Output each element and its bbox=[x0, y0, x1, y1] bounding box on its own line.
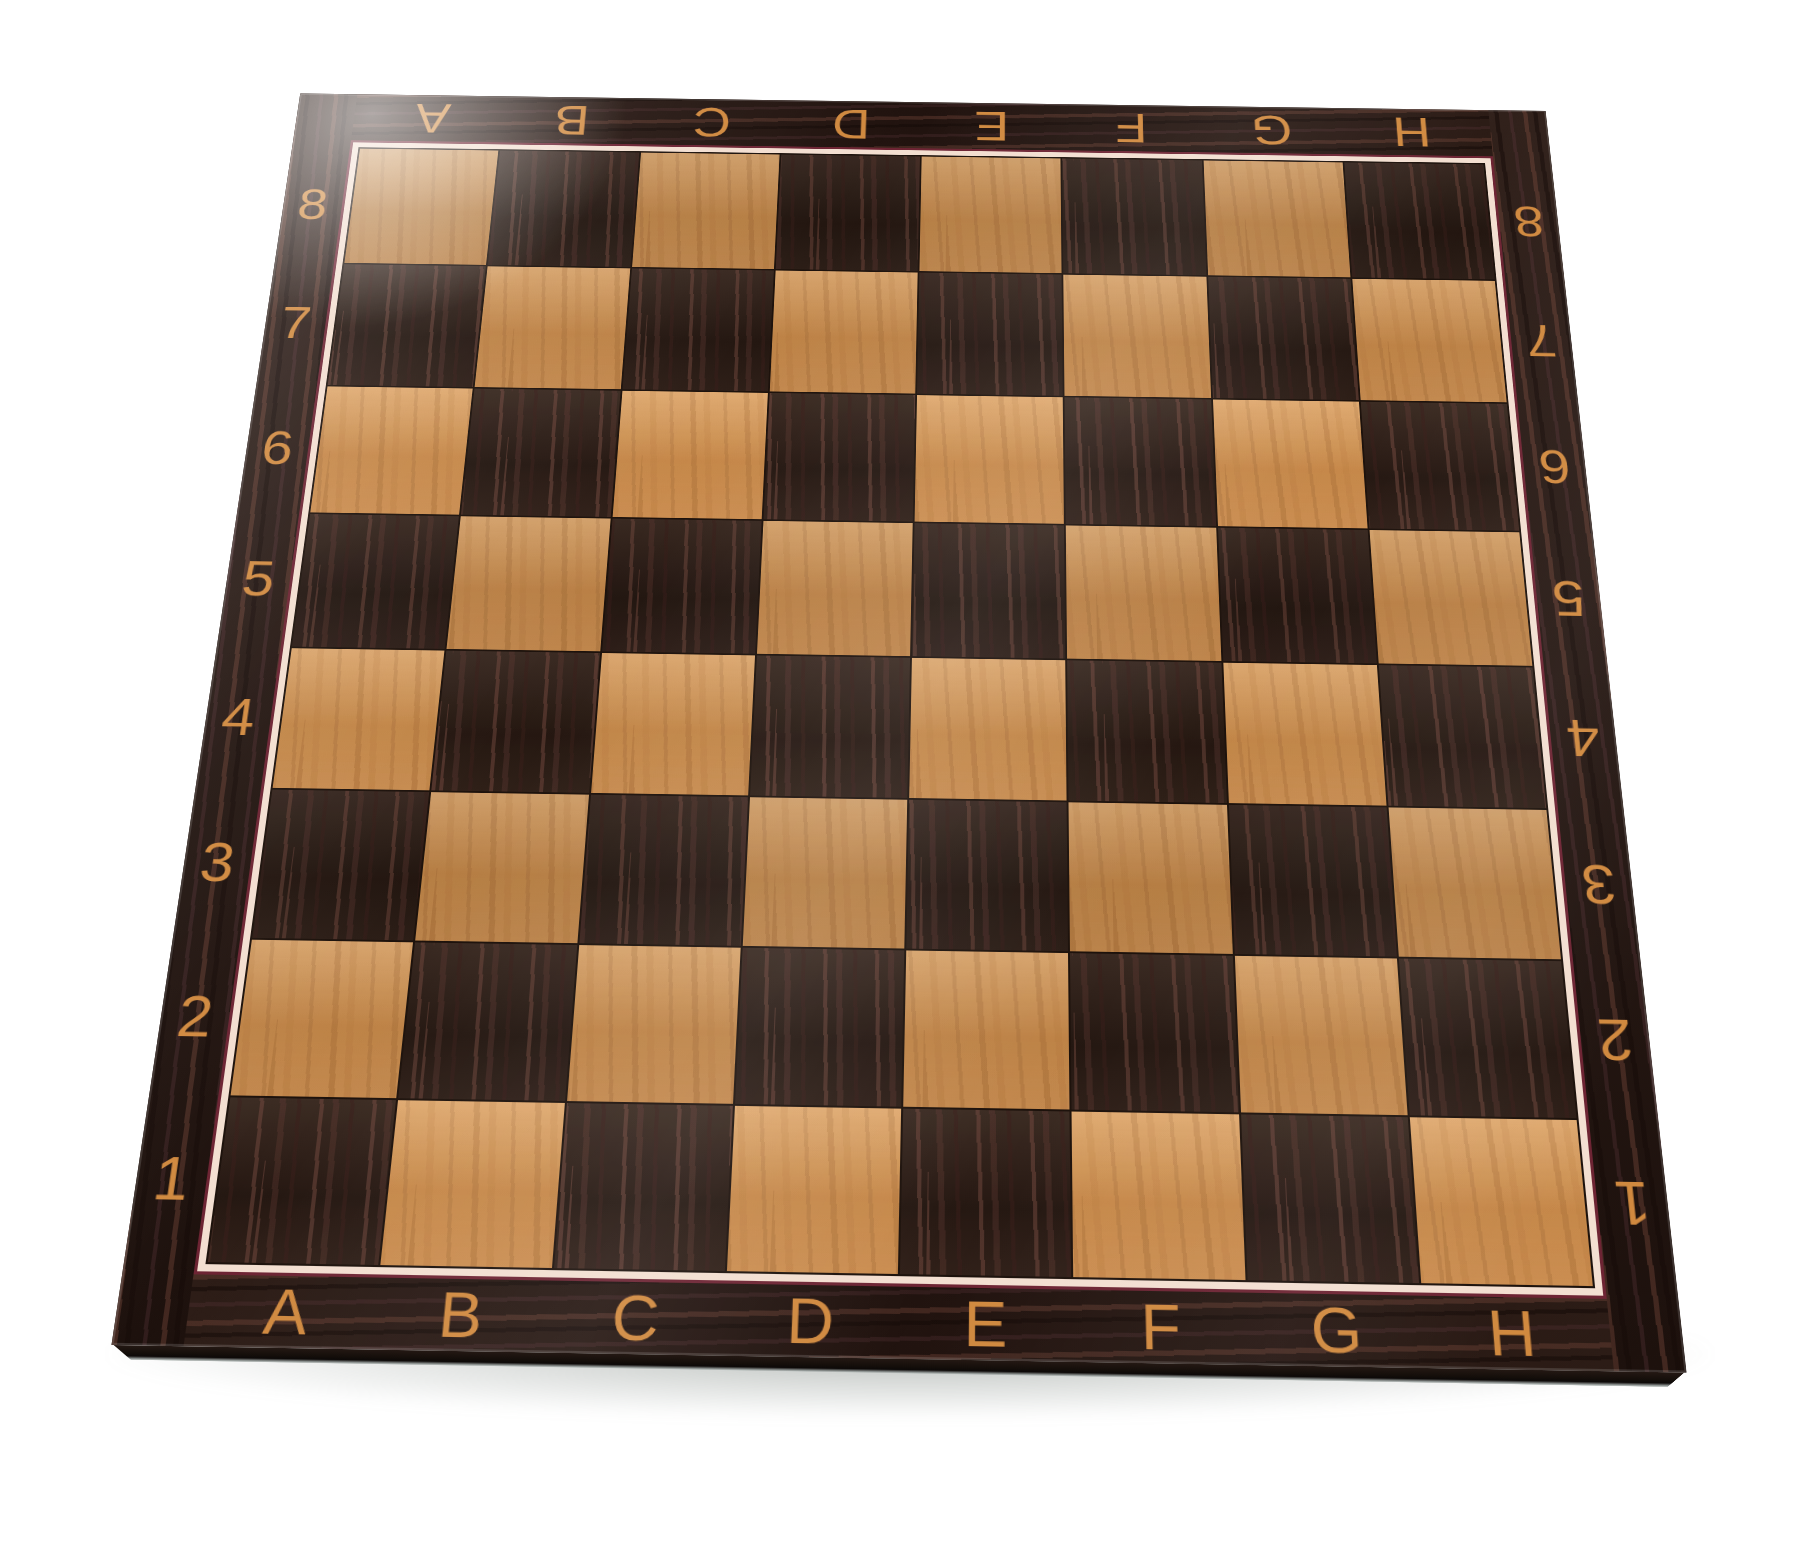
square-e3[interactable] bbox=[906, 800, 1068, 951]
rank-label-right-3: 3 bbox=[1579, 856, 1619, 913]
square-h3[interactable] bbox=[1388, 808, 1561, 959]
square-g6[interactable] bbox=[1213, 399, 1368, 528]
rank-label-right-2: 2 bbox=[1595, 1010, 1636, 1070]
playing-field bbox=[205, 147, 1595, 1288]
square-b7[interactable] bbox=[475, 267, 630, 389]
square-a6[interactable] bbox=[310, 386, 473, 514]
square-e4[interactable] bbox=[909, 658, 1067, 801]
square-h4[interactable] bbox=[1379, 665, 1547, 808]
square-b1[interactable] bbox=[381, 1100, 565, 1268]
square-e7[interactable] bbox=[917, 273, 1063, 396]
square-g1[interactable] bbox=[1241, 1114, 1419, 1283]
square-d6[interactable] bbox=[763, 393, 915, 522]
board-surface: AABBCCDDEEFFGGHH8877665544332211 bbox=[112, 94, 1687, 1373]
square-c7[interactable] bbox=[622, 269, 774, 391]
file-label-bottom-c: C bbox=[610, 1285, 661, 1352]
square-d2[interactable] bbox=[735, 947, 904, 1106]
square-d8[interactable] bbox=[775, 155, 919, 272]
square-h7[interactable] bbox=[1352, 279, 1507, 402]
square-g7[interactable] bbox=[1208, 277, 1359, 400]
square-a8[interactable] bbox=[344, 149, 498, 265]
square-b6[interactable] bbox=[461, 388, 620, 517]
square-h5[interactable] bbox=[1369, 530, 1532, 666]
square-d5[interactable] bbox=[757, 521, 913, 656]
file-label-bottom-e: E bbox=[963, 1291, 1007, 1358]
file-label-bottom-a: A bbox=[260, 1279, 312, 1345]
square-g5[interactable] bbox=[1218, 528, 1377, 664]
square-a7[interactable] bbox=[328, 264, 486, 386]
rank-label-left-3: 3 bbox=[197, 834, 239, 891]
file-label-bottom-b: B bbox=[436, 1282, 486, 1348]
square-g4[interactable] bbox=[1223, 663, 1386, 806]
square-e5[interactable] bbox=[912, 523, 1065, 659]
square-c2[interactable] bbox=[567, 945, 741, 1104]
file-label-bottom-d: D bbox=[786, 1288, 836, 1355]
square-d4[interactable] bbox=[750, 655, 910, 798]
square-f2[interactable] bbox=[1070, 953, 1238, 1112]
square-h1[interactable] bbox=[1410, 1117, 1593, 1286]
square-c6[interactable] bbox=[612, 390, 768, 519]
rank-label-right-1: 1 bbox=[1611, 1172, 1654, 1236]
file-label-bottom-g: G bbox=[1309, 1297, 1364, 1364]
square-e2[interactable] bbox=[903, 950, 1070, 1109]
square-f4[interactable] bbox=[1067, 660, 1226, 803]
square-b3[interactable] bbox=[415, 792, 588, 942]
square-g3[interactable] bbox=[1228, 805, 1396, 956]
square-f6[interactable] bbox=[1065, 397, 1216, 526]
square-a4[interactable] bbox=[273, 648, 445, 790]
square-e6[interactable] bbox=[915, 395, 1065, 524]
square-c8[interactable] bbox=[632, 153, 780, 270]
square-d7[interactable] bbox=[770, 271, 918, 394]
rank-label-left-4: 4 bbox=[218, 690, 258, 744]
rank-label-right-4: 4 bbox=[1564, 711, 1603, 765]
square-b4[interactable] bbox=[432, 651, 600, 793]
chess-board: AABBCCDDEEFFGGHH8877665544332211 bbox=[112, 94, 1687, 1373]
square-h6[interactable] bbox=[1360, 401, 1519, 530]
square-c3[interactable] bbox=[579, 795, 748, 945]
square-h2[interactable] bbox=[1399, 958, 1577, 1118]
board-frame-right bbox=[1488, 110, 1686, 1373]
rank-label-left-2: 2 bbox=[174, 986, 217, 1046]
square-f5[interactable] bbox=[1066, 525, 1221, 661]
square-e1[interactable] bbox=[900, 1108, 1071, 1277]
square-c4[interactable] bbox=[591, 653, 755, 796]
square-c5[interactable] bbox=[602, 518, 762, 653]
square-a3[interactable] bbox=[252, 790, 429, 940]
square-a1[interactable] bbox=[208, 1097, 396, 1265]
square-f3[interactable] bbox=[1069, 803, 1233, 954]
square-g2[interactable] bbox=[1234, 955, 1407, 1115]
square-g8[interactable] bbox=[1203, 160, 1350, 277]
square-f8[interactable] bbox=[1062, 158, 1206, 275]
square-f1[interactable] bbox=[1072, 1111, 1245, 1280]
square-f7[interactable] bbox=[1064, 275, 1211, 398]
photo-backdrop: AABBCCDDEEFFGGHH8877665544332211 bbox=[0, 0, 1800, 1556]
file-label-bottom-f: F bbox=[1140, 1294, 1182, 1361]
square-c1[interactable] bbox=[554, 1103, 733, 1271]
square-d3[interactable] bbox=[743, 797, 908, 948]
square-b8[interactable] bbox=[488, 151, 639, 268]
square-e8[interactable] bbox=[919, 157, 1061, 274]
square-a5[interactable] bbox=[292, 514, 459, 649]
square-d1[interactable] bbox=[727, 1106, 901, 1274]
square-b2[interactable] bbox=[399, 942, 577, 1101]
board-frame-left bbox=[112, 94, 358, 1347]
file-label-bottom-h: H bbox=[1485, 1300, 1538, 1367]
square-h8[interactable] bbox=[1344, 162, 1495, 279]
square-b5[interactable] bbox=[447, 516, 610, 651]
rank-label-left-1: 1 bbox=[149, 1147, 194, 1210]
square-a2[interactable] bbox=[231, 939, 414, 1098]
